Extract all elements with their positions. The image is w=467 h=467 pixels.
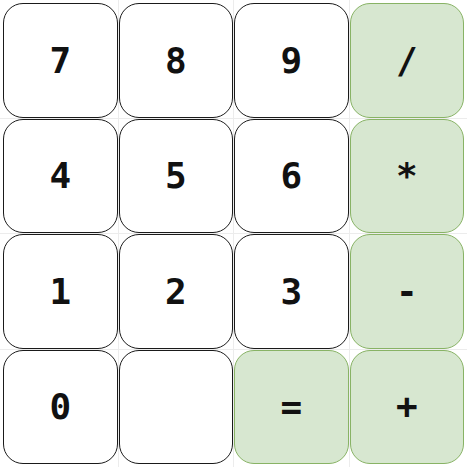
key-9[interactable]: 9 — [234, 3, 349, 118]
key-2[interactable]: 2 — [119, 234, 234, 349]
key-8[interactable]: 8 — [119, 3, 234, 118]
key-5[interactable]: 5 — [119, 119, 234, 234]
key-equals[interactable]: = — [234, 350, 349, 465]
key-3[interactable]: 3 — [234, 234, 349, 349]
key-multiply[interactable]: * — [350, 119, 465, 234]
key-4[interactable]: 4 — [3, 119, 118, 234]
key-blank[interactable] — [119, 350, 234, 465]
key-plus[interactable]: + — [350, 350, 465, 465]
key-1[interactable]: 1 — [3, 234, 118, 349]
key-divide[interactable]: / — [350, 3, 465, 118]
key-6[interactable]: 6 — [234, 119, 349, 234]
keypad-grid: 7 8 9 / 4 5 6 * 1 2 3 - 0 = + — [3, 3, 464, 464]
key-7[interactable]: 7 — [3, 3, 118, 118]
key-0[interactable]: 0 — [3, 350, 118, 465]
key-minus[interactable]: - — [350, 234, 465, 349]
calculator-keypad: 7 8 9 / 4 5 6 * 1 2 3 - 0 = + — [0, 0, 467, 467]
